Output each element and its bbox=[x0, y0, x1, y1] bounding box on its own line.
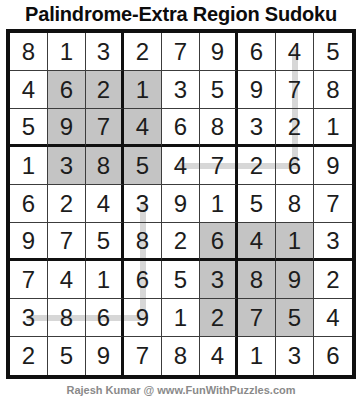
cell-r3c1[interactable]: 5 bbox=[10, 109, 48, 147]
cell-r1c5[interactable]: 7 bbox=[162, 33, 200, 71]
sudoku-page: Palindrome-Extra Region Sudoku 813279645… bbox=[0, 0, 362, 400]
digit: 7 bbox=[97, 115, 110, 139]
digit: 1 bbox=[22, 154, 35, 178]
digit: 7 bbox=[288, 78, 301, 102]
cell-r5c2[interactable]: 2 bbox=[48, 185, 86, 223]
digit: 5 bbox=[97, 229, 110, 253]
digit: 1 bbox=[288, 229, 301, 253]
cell-r3c9[interactable]: 1 bbox=[314, 109, 352, 147]
cell-r8c2[interactable]: 8 bbox=[48, 299, 86, 337]
digit: 9 bbox=[174, 192, 187, 216]
digit: 9 bbox=[288, 268, 301, 292]
digit: 7 bbox=[22, 268, 35, 292]
digit: 3 bbox=[174, 78, 187, 102]
cell-r5c8[interactable]: 8 bbox=[276, 185, 314, 223]
digit: 2 bbox=[136, 40, 149, 64]
digit: 7 bbox=[211, 154, 224, 178]
digit: 8 bbox=[288, 192, 301, 216]
cell-r7c4[interactable]: 6 bbox=[124, 261, 162, 299]
cell-r8c9[interactable]: 4 bbox=[314, 299, 352, 337]
cell-r3c3[interactable]: 7 bbox=[86, 109, 124, 147]
sudoku-board: 8132796454621359785974683211385472696243… bbox=[6, 29, 356, 379]
digit: 7 bbox=[60, 229, 73, 253]
digit: 1 bbox=[250, 344, 263, 368]
cell-r6c5[interactable]: 2 bbox=[162, 223, 200, 261]
cell-r2c2[interactable]: 6 bbox=[48, 71, 86, 109]
cell-r5c7[interactable]: 5 bbox=[238, 185, 276, 223]
cell-r4c4[interactable]: 5 bbox=[124, 147, 162, 185]
cell-r1c1[interactable]: 8 bbox=[10, 33, 48, 71]
cell-r1c3[interactable]: 3 bbox=[86, 33, 124, 71]
cell-r8c3[interactable]: 6 bbox=[86, 299, 124, 337]
digit: 9 bbox=[136, 306, 149, 330]
digit: 5 bbox=[326, 40, 339, 64]
digit: 5 bbox=[288, 306, 301, 330]
digit: 1 bbox=[174, 306, 187, 330]
digit: 3 bbox=[326, 229, 339, 253]
digit: 7 bbox=[174, 40, 187, 64]
digit: 1 bbox=[136, 78, 149, 102]
cell-r7c2[interactable]: 4 bbox=[48, 261, 86, 299]
cell-r8c6[interactable]: 2 bbox=[200, 299, 238, 337]
cell-r9c6[interactable]: 4 bbox=[200, 337, 238, 375]
cell-r6c6[interactable]: 6 bbox=[200, 223, 238, 261]
cell-r1c2[interactable]: 1 bbox=[48, 33, 86, 71]
cell-r4c5[interactable]: 4 bbox=[162, 147, 200, 185]
credit-text: Rajesh Kumar @ www.FunWithPuzzles.com bbox=[0, 384, 362, 396]
digit: 2 bbox=[174, 229, 187, 253]
cell-r9c7[interactable]: 1 bbox=[238, 337, 276, 375]
cell-r5c4[interactable]: 3 bbox=[124, 185, 162, 223]
cell-r2c9[interactable]: 8 bbox=[314, 71, 352, 109]
digit: 8 bbox=[250, 268, 263, 292]
digit: 1 bbox=[97, 268, 110, 292]
digit: 9 bbox=[22, 229, 35, 253]
digit: 3 bbox=[250, 115, 263, 139]
digit: 4 bbox=[97, 192, 110, 216]
digit: 6 bbox=[174, 115, 187, 139]
cell-r8c7[interactable]: 7 bbox=[238, 299, 276, 337]
cell-r4c7[interactable]: 2 bbox=[238, 147, 276, 185]
digit: 4 bbox=[136, 115, 149, 139]
cell-r2c6[interactable]: 5 bbox=[200, 71, 238, 109]
cell-r2c3[interactable]: 2 bbox=[86, 71, 124, 109]
cell-r2c1[interactable]: 4 bbox=[10, 71, 48, 109]
cell-r1c4[interactable]: 2 bbox=[124, 33, 162, 71]
digit: 6 bbox=[211, 229, 224, 253]
cell-r3c5[interactable]: 6 bbox=[162, 109, 200, 147]
digit: 8 bbox=[22, 40, 35, 64]
cell-r7c6[interactable]: 3 bbox=[200, 261, 238, 299]
digit: 5 bbox=[174, 268, 187, 292]
digit: 4 bbox=[60, 268, 73, 292]
digit: 8 bbox=[174, 344, 187, 368]
digit: 6 bbox=[136, 268, 149, 292]
digit: 4 bbox=[211, 344, 224, 368]
digit: 4 bbox=[22, 78, 35, 102]
digit: 4 bbox=[250, 229, 263, 253]
digit: 2 bbox=[97, 78, 110, 102]
cell-r6c1[interactable]: 9 bbox=[10, 223, 48, 261]
cell-r2c5[interactable]: 3 bbox=[162, 71, 200, 109]
cell-r2c8[interactable]: 7 bbox=[276, 71, 314, 109]
cell-r5c9[interactable]: 7 bbox=[314, 185, 352, 223]
cell-r4c9[interactable]: 9 bbox=[314, 147, 352, 185]
cell-r3c8[interactable]: 2 bbox=[276, 109, 314, 147]
digit: 9 bbox=[211, 40, 224, 64]
cell-r6c3[interactable]: 5 bbox=[86, 223, 124, 261]
cell-r7c7[interactable]: 8 bbox=[238, 261, 276, 299]
digit: 8 bbox=[326, 78, 339, 102]
cell-r6c9[interactable]: 3 bbox=[314, 223, 352, 261]
cell-r5c3[interactable]: 4 bbox=[86, 185, 124, 223]
digit: 3 bbox=[60, 154, 73, 178]
digit: 3 bbox=[22, 306, 35, 330]
digit: 3 bbox=[97, 40, 110, 64]
cell-r3c2[interactable]: 9 bbox=[48, 109, 86, 147]
cell-r8c5[interactable]: 1 bbox=[162, 299, 200, 337]
cell-r9c2[interactable]: 5 bbox=[48, 337, 86, 375]
cell-r1c7[interactable]: 6 bbox=[238, 33, 276, 71]
cell-r4c3[interactable]: 8 bbox=[86, 147, 124, 185]
digit: 9 bbox=[60, 115, 73, 139]
digit: 3 bbox=[211, 268, 224, 292]
cell-r2c4[interactable]: 1 bbox=[124, 71, 162, 109]
digit: 3 bbox=[288, 344, 301, 368]
cell-r7c9[interactable]: 2 bbox=[314, 261, 352, 299]
cell-r4c6[interactable]: 7 bbox=[200, 147, 238, 185]
cell-r3c6[interactable]: 8 bbox=[200, 109, 238, 147]
cell-r5c5[interactable]: 9 bbox=[162, 185, 200, 223]
digit: 8 bbox=[60, 306, 73, 330]
digit: 2 bbox=[326, 268, 339, 292]
digit: 1 bbox=[60, 40, 73, 64]
digit: 5 bbox=[136, 154, 149, 178]
digit: 5 bbox=[211, 78, 224, 102]
cell-r4c8[interactable]: 6 bbox=[276, 147, 314, 185]
cell-r3c7[interactable]: 3 bbox=[238, 109, 276, 147]
digit: 6 bbox=[97, 306, 110, 330]
puzzle-title: Palindrome-Extra Region Sudoku bbox=[0, 1, 362, 27]
cell-r1c6[interactable]: 9 bbox=[200, 33, 238, 71]
cell-r9c8[interactable]: 3 bbox=[276, 337, 314, 375]
cell-r2c7[interactable]: 9 bbox=[238, 71, 276, 109]
digit: 5 bbox=[22, 115, 35, 139]
digit: 6 bbox=[60, 78, 73, 102]
cell-r6c2[interactable]: 7 bbox=[48, 223, 86, 261]
cell-r4c2[interactable]: 3 bbox=[48, 147, 86, 185]
digit: 4 bbox=[288, 40, 301, 64]
digit: 3 bbox=[136, 192, 149, 216]
digit: 2 bbox=[211, 306, 224, 330]
digit: 5 bbox=[250, 192, 263, 216]
digit: 6 bbox=[250, 40, 263, 64]
cell-r6c8[interactable]: 1 bbox=[276, 223, 314, 261]
digit: 1 bbox=[326, 115, 339, 139]
digit: 7 bbox=[326, 192, 339, 216]
digit: 9 bbox=[250, 78, 263, 102]
cell-r7c5[interactable]: 5 bbox=[162, 261, 200, 299]
cell-r9c5[interactable]: 8 bbox=[162, 337, 200, 375]
digit: 7 bbox=[136, 344, 149, 368]
digit: 8 bbox=[97, 154, 110, 178]
cell-r8c8[interactable]: 5 bbox=[276, 299, 314, 337]
digit: 4 bbox=[174, 154, 187, 178]
cell-r7c1[interactable]: 7 bbox=[10, 261, 48, 299]
digit: 5 bbox=[60, 344, 73, 368]
cell-r1c8[interactable]: 4 bbox=[276, 33, 314, 71]
cell-r8c4[interactable]: 9 bbox=[124, 299, 162, 337]
digit: 6 bbox=[326, 344, 339, 368]
digit: 9 bbox=[326, 154, 339, 178]
digit: 1 bbox=[211, 192, 224, 216]
cell-r4c1[interactable]: 1 bbox=[10, 147, 48, 185]
digit: 2 bbox=[60, 192, 73, 216]
cell-r9c4[interactable]: 7 bbox=[124, 337, 162, 375]
cell-r6c4[interactable]: 8 bbox=[124, 223, 162, 261]
digit: 6 bbox=[288, 154, 301, 178]
digit: 6 bbox=[22, 192, 35, 216]
digit: 8 bbox=[211, 115, 224, 139]
cell-r7c8[interactable]: 9 bbox=[276, 261, 314, 299]
cell-r9c1[interactable]: 2 bbox=[10, 337, 48, 375]
digit: 4 bbox=[326, 306, 339, 330]
cell-r8c1[interactable]: 3 bbox=[10, 299, 48, 337]
digit: 2 bbox=[22, 344, 35, 368]
cell-r9c9[interactable]: 6 bbox=[314, 337, 352, 375]
digit: 7 bbox=[250, 306, 263, 330]
cell-r6c7[interactable]: 4 bbox=[238, 223, 276, 261]
cell-r9c3[interactable]: 9 bbox=[86, 337, 124, 375]
cell-r1c9[interactable]: 5 bbox=[314, 33, 352, 71]
digit: 2 bbox=[250, 154, 263, 178]
digit: 2 bbox=[288, 115, 301, 139]
cell-r5c6[interactable]: 1 bbox=[200, 185, 238, 223]
cell-r7c3[interactable]: 1 bbox=[86, 261, 124, 299]
cell-r3c4[interactable]: 4 bbox=[124, 109, 162, 147]
cell-r5c1[interactable]: 6 bbox=[10, 185, 48, 223]
digit: 8 bbox=[136, 229, 149, 253]
digit: 9 bbox=[97, 344, 110, 368]
